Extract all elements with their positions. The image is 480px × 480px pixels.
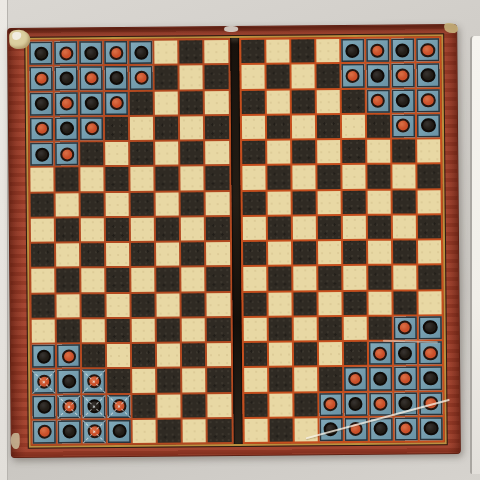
board-cell-r9c5 <box>131 243 154 266</box>
board-cell-r4c3 <box>80 117 103 140</box>
board-cell-r3c7 <box>180 91 203 114</box>
board-cell-r12c2 <box>57 319 80 342</box>
board-cell-r8c5 <box>131 217 154 240</box>
board-cell-r7c16 <box>417 190 440 213</box>
board-cell-r10c12 <box>318 266 341 289</box>
board-cell-r6c3 <box>80 167 103 190</box>
board-cell-r6c16 <box>417 164 440 187</box>
board-cell-r10c8 <box>207 267 230 290</box>
board-cell-r7c5 <box>131 192 154 215</box>
board-cell-r7c11 <box>292 191 315 214</box>
board-cell-r5c7 <box>181 141 204 164</box>
board-cell-r13c14 <box>369 342 392 365</box>
board-cell-r13c4 <box>107 344 130 367</box>
board-cell-r12c6 <box>157 318 180 341</box>
board-cell-r10c9 <box>243 267 266 290</box>
board-cell-r12c15 <box>394 316 417 339</box>
camp-dot-red <box>371 43 385 57</box>
board-cell-r9c16 <box>418 240 441 263</box>
board-cell-r7c12 <box>317 191 340 214</box>
board-cell-r5c13 <box>342 140 365 163</box>
board-cell-r14c9 <box>244 368 267 391</box>
photo-backdrop <box>0 0 480 480</box>
camp-dot-red <box>421 93 435 107</box>
board-cell-r12c7 <box>182 318 205 341</box>
board-cell-r4c8 <box>205 116 228 139</box>
board-cell-r4c12 <box>317 115 340 138</box>
camp-dot-black <box>396 43 410 57</box>
board-cell-r1c14 <box>366 39 389 62</box>
board-cell-r16c14 <box>369 417 392 440</box>
board-cell-r14c13 <box>344 367 367 390</box>
board-cell-r12c8 <box>207 318 230 341</box>
board-cell-r5c8 <box>206 141 229 164</box>
camp-dot-black <box>346 43 360 57</box>
board-cell-r15c3 <box>82 395 105 418</box>
board-cell-r13c13 <box>344 342 367 365</box>
camp-dot-red <box>85 122 99 136</box>
board-cell-r12c12 <box>318 317 341 340</box>
board-cell-r9c14 <box>368 241 391 264</box>
board-cell-r6c7 <box>181 167 204 190</box>
board-cell-r9c4 <box>106 243 129 266</box>
camp-dot-black <box>37 400 51 414</box>
board-cell-r6c2 <box>55 168 78 191</box>
board-cell-r9c6 <box>156 242 179 265</box>
camp-dot-red <box>134 71 148 85</box>
board-cell-r9c1 <box>31 244 54 267</box>
board-cell-r3c14 <box>366 89 389 112</box>
board-cell-r13c9 <box>243 343 266 366</box>
board-cell-r16c2 <box>58 420 81 443</box>
camp-dot-red <box>109 46 123 60</box>
board-cell-r16c4 <box>108 420 131 443</box>
board-cell-r6c9 <box>242 166 265 189</box>
board-cell-r12c11 <box>293 317 316 340</box>
board-cell-r10c1 <box>31 269 54 292</box>
board-cell-r2c9 <box>241 65 264 88</box>
board-cell-r8c1 <box>31 218 54 241</box>
board-cell-r6c14 <box>367 165 390 188</box>
board-cell-r8c15 <box>393 215 416 238</box>
camp-dot-black <box>59 71 73 85</box>
board-cell-r14c16 <box>419 366 442 389</box>
board-cell-r5c10 <box>267 141 290 164</box>
board-cell-r11c10 <box>268 292 291 315</box>
board-cell-r7c3 <box>81 193 104 216</box>
camp-dot-red <box>346 69 360 83</box>
board-cell-r13c16 <box>419 341 442 364</box>
camp-dot-black <box>109 71 123 85</box>
board-cell-r7c13 <box>342 190 365 213</box>
board-cell-r16c6 <box>158 419 181 442</box>
board-cell-r6c4 <box>106 167 129 190</box>
board-cell-r3c2 <box>55 92 78 115</box>
board-cell-r2c10 <box>266 65 289 88</box>
board-cell-r6c11 <box>292 166 315 189</box>
board-cell-r6c12 <box>317 165 340 188</box>
board-cell-r2c12 <box>316 64 339 87</box>
board-cell-r1c11 <box>291 39 314 62</box>
board-cell-r5c16 <box>417 139 440 162</box>
board-cell-r3c16 <box>417 89 440 112</box>
board-cell-r14c6 <box>157 369 180 392</box>
board-cell-r3c4 <box>105 91 128 114</box>
board-cell-r14c1 <box>32 370 55 393</box>
camp-dot-red <box>60 147 74 161</box>
board-cell-r5c11 <box>292 140 315 163</box>
camp-dot-red <box>373 346 387 360</box>
board-cell-r4c10 <box>266 115 289 138</box>
board-cell-r11c8 <box>207 293 230 316</box>
board-cell-r7c4 <box>106 192 129 215</box>
board-cell-r5c12 <box>317 140 340 163</box>
board-cell-r13c2 <box>57 344 80 367</box>
board-cell-r5c5 <box>130 142 153 165</box>
board-cell-r4c14 <box>367 114 390 137</box>
board-cell-r8c2 <box>56 218 79 241</box>
board-cell-r1c5 <box>129 41 152 64</box>
board-cell-r16c7 <box>183 419 206 442</box>
board-cell-r2c2 <box>55 67 78 90</box>
board-cell-r15c4 <box>108 394 131 417</box>
backdrop-strip-right <box>470 36 480 474</box>
board-cell-r6c13 <box>342 165 365 188</box>
board-cell-r16c16 <box>419 417 442 440</box>
camp-dot-red <box>84 71 98 85</box>
board-cell-r14c10 <box>269 368 292 391</box>
board-cell-r13c1 <box>32 345 55 368</box>
camp-dot-black <box>396 94 410 108</box>
board-cell-r10c5 <box>131 268 154 291</box>
board-cell-r1c10 <box>266 40 289 63</box>
board-cell-r7c8 <box>206 192 229 215</box>
board-cell-r14c12 <box>319 367 342 390</box>
board-cell-r1c4 <box>104 41 127 64</box>
board-cell-r9c8 <box>206 242 229 265</box>
board-cell-r1c7 <box>180 40 203 63</box>
board-cell-r8c16 <box>418 215 441 238</box>
camp-dot-red <box>371 94 385 108</box>
board-cell-r10c15 <box>393 266 416 289</box>
board-cell-r9c11 <box>293 241 316 264</box>
board-cell-r5c14 <box>367 140 390 163</box>
board-cell-r3c10 <box>266 90 289 113</box>
board-cell-r4c1 <box>30 117 53 140</box>
board-cell-r13c6 <box>157 343 180 366</box>
camp-dot-black <box>374 422 388 436</box>
board-cell-r9c3 <box>81 243 104 266</box>
board-cell-r5c4 <box>105 142 128 165</box>
camp-dot-black <box>371 69 385 83</box>
board-cell-r7c10 <box>267 191 290 214</box>
camp-dot-black <box>62 425 76 439</box>
board-cell-r15c13 <box>344 392 367 415</box>
board-cell-r2c16 <box>416 63 439 86</box>
board-cell-r13c3 <box>82 344 105 367</box>
board-cell-r8c9 <box>242 216 265 239</box>
board-cell-r4c13 <box>342 115 365 138</box>
board-cell-r9c7 <box>181 242 204 265</box>
board-cell-r10c16 <box>418 265 441 288</box>
board-cell-r15c9 <box>244 393 267 416</box>
board-cell-r11c5 <box>132 293 155 316</box>
camp-dot-red <box>349 422 363 436</box>
board-cell-r5c2 <box>55 142 78 165</box>
board-cell-r8c4 <box>106 218 129 241</box>
board-cell-r15c5 <box>133 394 156 417</box>
board-cell-r16c10 <box>269 418 292 441</box>
board-cell-r12c1 <box>32 319 55 342</box>
camp-dot-black <box>134 45 148 59</box>
board-cell-r3c11 <box>291 90 314 113</box>
camp-dot-red <box>62 399 76 413</box>
board-cell-r7c1 <box>31 193 54 216</box>
camp-dot-black <box>398 346 412 360</box>
board-cell-r11c1 <box>31 294 54 317</box>
board-cell-r3c5 <box>130 91 153 114</box>
board-cell-r1c1 <box>29 42 52 65</box>
camp-dot-black <box>399 397 413 411</box>
board-cell-r11c2 <box>57 294 80 317</box>
board-cell-r12c9 <box>243 317 266 340</box>
board-cell-r2c8 <box>205 65 228 88</box>
camp-dot-red <box>396 68 410 82</box>
board-cell-r14c14 <box>369 367 392 390</box>
camp-dot-red <box>399 371 413 385</box>
board-cell-r7c14 <box>367 190 390 213</box>
board-cell-r14c11 <box>294 368 317 391</box>
board-cell-r8c8 <box>206 217 229 240</box>
board-cell-r1c6 <box>155 40 178 63</box>
board-cell-r3c3 <box>80 92 103 115</box>
camp-dot-red <box>87 374 101 388</box>
camp-dot-black <box>112 424 126 438</box>
board-cell-r11c15 <box>393 291 416 314</box>
camp-dot-black <box>87 399 101 413</box>
board-cell-r3c13 <box>341 89 364 112</box>
board-cell-r11c16 <box>418 291 441 314</box>
board-cell-r14c2 <box>57 370 80 393</box>
camp-dot-black <box>62 374 76 388</box>
board-cell-r4c16 <box>417 114 440 137</box>
camp-dot-black <box>35 147 49 161</box>
camp-dot-red <box>37 374 51 388</box>
camp-dot-red <box>374 397 388 411</box>
board-cell-r8c13 <box>343 216 366 239</box>
camp-dot-red <box>324 397 338 411</box>
board-cell-r8c10 <box>267 216 290 239</box>
board-cell-r10c4 <box>106 268 129 291</box>
board-cell-r10c13 <box>343 266 366 289</box>
board-cell-r10c6 <box>157 268 180 291</box>
board-cell-r4c5 <box>130 116 153 139</box>
board-cell-r5c15 <box>392 139 415 162</box>
camp-dot-red <box>109 96 123 110</box>
board-cell-r14c3 <box>82 369 105 392</box>
board-cell-r12c14 <box>368 316 391 339</box>
board-cell-r9c12 <box>318 241 341 264</box>
board-cell-r14c7 <box>182 369 205 392</box>
camp-dot-red <box>87 425 101 439</box>
board-cell-r4c7 <box>180 116 203 139</box>
board-cell-r10c10 <box>268 267 291 290</box>
board-cell-r14c4 <box>107 369 130 392</box>
board-cell-r2c15 <box>391 64 414 87</box>
board-cell-r9c13 <box>343 241 366 264</box>
camp-dot-black <box>421 119 435 133</box>
board-cell-r11c7 <box>182 293 205 316</box>
board-cell-r16c9 <box>244 418 267 441</box>
camp-dot-black <box>324 422 338 436</box>
board-cell-r15c12 <box>319 393 342 416</box>
camp-dot-red <box>348 372 362 386</box>
board-cell-r13c11 <box>294 342 317 365</box>
board-cell-r1c15 <box>391 38 414 61</box>
board-cell-r10c2 <box>56 269 79 292</box>
camp-dot-red <box>61 349 75 363</box>
board-cell-r2c3 <box>80 66 103 89</box>
board-cell-r9c9 <box>243 242 266 265</box>
board-cell-r13c5 <box>132 344 155 367</box>
board-cell-r15c1 <box>32 395 55 418</box>
board-cell-r15c14 <box>369 392 392 415</box>
board-cell-r6c1 <box>30 168 53 191</box>
board-cell-r8c6 <box>156 217 179 240</box>
camp-dot-red <box>34 71 48 85</box>
camp-dot-red <box>59 46 73 60</box>
board-cell-r11c12 <box>318 292 341 315</box>
board-cell-r12c5 <box>132 318 155 341</box>
board-cell-r8c7 <box>181 217 204 240</box>
board-cell-r14c5 <box>132 369 155 392</box>
board-cell-r11c4 <box>107 293 130 316</box>
board-cell-r7c7 <box>181 192 204 215</box>
camp-dot-red <box>399 422 413 436</box>
board-cell-r4c9 <box>241 115 264 138</box>
board-cell-r1c2 <box>54 41 77 64</box>
board-cell-r16c8 <box>208 419 231 442</box>
board-cell-r2c13 <box>341 64 364 87</box>
board-cell-r6c10 <box>267 166 290 189</box>
board-cell-r12c4 <box>107 319 130 342</box>
board-cell-r13c8 <box>207 343 230 366</box>
board-cell-r3c15 <box>392 89 415 112</box>
board-cell-r1c3 <box>79 41 102 64</box>
wear-chip-fold-top <box>224 26 238 32</box>
camp-dot-black <box>34 46 48 60</box>
board-frame <box>25 34 447 448</box>
board-cell-r2c5 <box>130 66 153 89</box>
board-cell-r4c11 <box>292 115 315 138</box>
board-cell-r16c13 <box>344 418 367 441</box>
board-cell-r9c15 <box>393 240 416 263</box>
board-panel-right <box>239 36 445 444</box>
board-cell-r9c10 <box>268 242 291 265</box>
board-cell-r13c7 <box>182 343 205 366</box>
camp-dot-black <box>60 122 74 136</box>
board-cell-r10c7 <box>182 268 205 291</box>
board-cell-r16c11 <box>294 418 317 441</box>
board-cell-r10c14 <box>368 266 391 289</box>
board-cell-r11c14 <box>368 291 391 314</box>
camp-dot-red <box>423 346 437 360</box>
board-cell-r1c16 <box>416 38 439 61</box>
board-cell-r15c7 <box>183 394 206 417</box>
camp-dot-red <box>398 321 412 335</box>
halma-board <box>7 24 461 458</box>
camp-dot-black <box>84 96 98 110</box>
camp-dot-red <box>34 122 48 136</box>
board-cell-r11c11 <box>293 292 316 315</box>
board-cell-r16c15 <box>394 417 417 440</box>
board-cell-r10c11 <box>293 267 316 290</box>
board-cell-r13c10 <box>268 343 291 366</box>
board-cell-r11c3 <box>82 294 105 317</box>
board-cell-r2c7 <box>180 66 203 89</box>
board-cell-r2c4 <box>105 66 128 89</box>
board-cell-r5c1 <box>30 143 53 166</box>
camp-dot-red <box>37 425 51 439</box>
board-cell-r6c8 <box>206 166 229 189</box>
board-cell-r7c9 <box>242 191 265 214</box>
board-cell-r8c12 <box>317 216 340 239</box>
board-cell-r1c8 <box>205 40 228 63</box>
board-cell-r12c3 <box>82 319 105 342</box>
camp-dot-red <box>421 43 435 57</box>
board-cell-r3c9 <box>241 90 264 113</box>
board-cell-r2c1 <box>29 67 52 90</box>
board-cell-r12c13 <box>343 317 366 340</box>
camp-dot-black <box>373 372 387 386</box>
board-cell-r14c8 <box>208 368 231 391</box>
board-cell-r2c6 <box>155 66 178 89</box>
board-cell-r5c6 <box>155 141 178 164</box>
board-cell-r6c6 <box>156 167 179 190</box>
wear-chip-top-right <box>444 23 458 33</box>
board-cell-r4c2 <box>55 117 78 140</box>
board-cell-r15c15 <box>394 392 417 415</box>
camp-dot-black <box>349 397 363 411</box>
board-cell-r1c9 <box>241 40 264 63</box>
camp-dot-black <box>423 321 437 335</box>
camp-dot-black <box>36 349 50 363</box>
board-cell-r16c5 <box>133 419 156 442</box>
camp-dot-black <box>424 371 438 385</box>
board-cell-r12c10 <box>268 317 291 340</box>
board-cell-r7c6 <box>156 192 179 215</box>
board-cell-r13c12 <box>319 342 342 365</box>
board-cell-r15c6 <box>158 394 181 417</box>
board-cell-r3c12 <box>316 90 339 113</box>
board-cell-r11c9 <box>243 292 266 315</box>
board-cell-r15c16 <box>419 392 442 415</box>
board-cell-r16c1 <box>33 420 56 443</box>
board-cell-r4c4 <box>105 117 128 140</box>
camp-dot-red <box>396 119 410 133</box>
board-cell-r1c12 <box>316 39 339 62</box>
board-cell-r7c2 <box>56 193 79 216</box>
board-cell-r5c3 <box>80 142 103 165</box>
board-cell-r6c15 <box>392 165 415 188</box>
board-cell-r7c15 <box>392 190 415 213</box>
board-cell-r3c1 <box>30 92 53 115</box>
board-cell-r4c6 <box>155 116 178 139</box>
camp-dot-red <box>424 396 438 410</box>
wear-chip-bottom-left <box>11 433 20 449</box>
camp-dot-black <box>34 97 48 111</box>
board-panel-left <box>27 38 233 446</box>
